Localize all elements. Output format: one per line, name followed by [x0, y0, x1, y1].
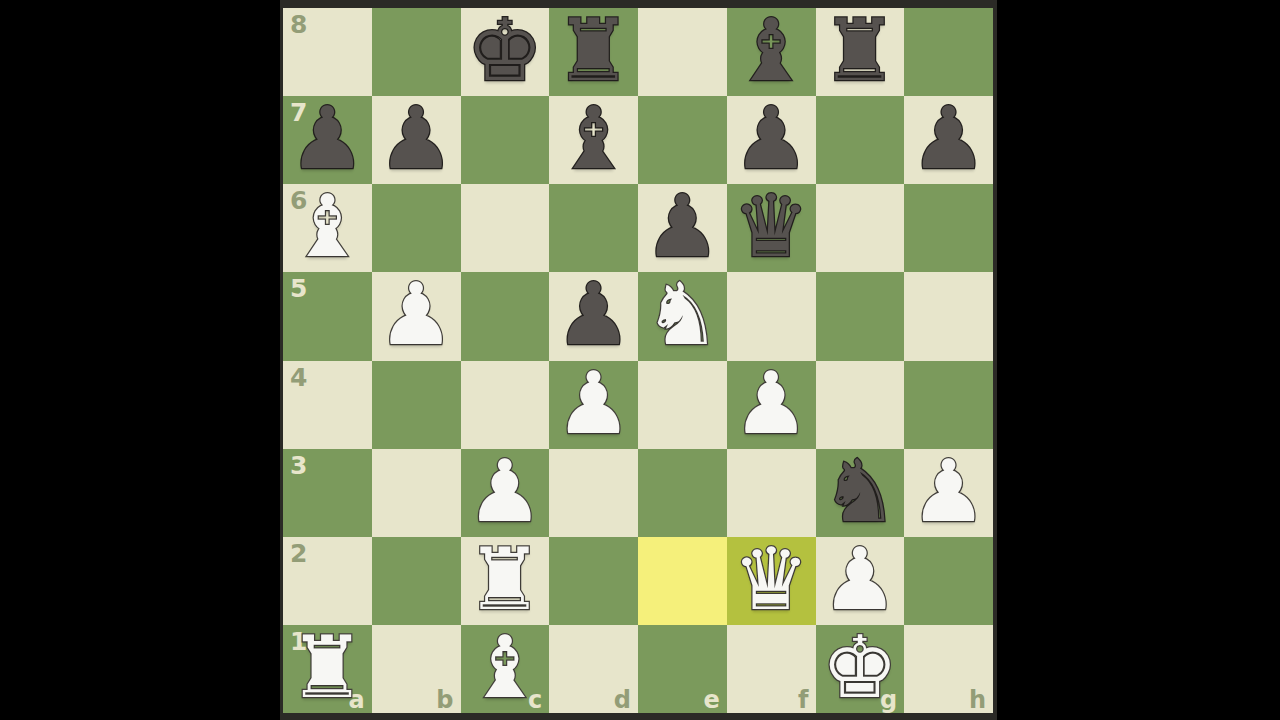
chess-board: 8♚♜♝♜7♟♟♝♟♟6♝♟♛5♟♟♞4♟♟3♟♞♟2♜♛♟1a♜bc♝defg… — [283, 8, 993, 713]
rank-label-8: 8 — [290, 12, 307, 37]
square-a7[interactable]: 7♟ — [283, 96, 372, 184]
white-king[interactable]: ♚ — [821, 624, 898, 710]
white-rook[interactable]: ♜ — [466, 536, 543, 622]
square-d3[interactable] — [549, 449, 638, 537]
square-b7[interactable]: ♟ — [372, 96, 461, 184]
square-e6[interactable]: ♟ — [638, 184, 727, 272]
file-label-b: b — [436, 688, 453, 712]
square-c5[interactable] — [461, 272, 550, 360]
white-bishop[interactable]: ♝ — [466, 624, 543, 710]
square-h7[interactable]: ♟ — [904, 96, 993, 184]
square-f5[interactable] — [727, 272, 816, 360]
square-f2[interactable]: ♛ — [727, 537, 816, 625]
rank-label-2: 2 — [290, 541, 307, 566]
square-b3[interactable] — [372, 449, 461, 537]
black-rook[interactable]: ♜ — [821, 7, 898, 93]
square-g8[interactable]: ♜ — [816, 8, 905, 96]
white-queen[interactable]: ♛ — [733, 536, 810, 622]
square-f7[interactable]: ♟ — [727, 96, 816, 184]
video-letterbox-stage: 8♚♜♝♜7♟♟♝♟♟6♝♟♛5♟♟♞4♟♟3♟♞♟2♜♛♟1a♜bc♝defg… — [0, 0, 1280, 720]
square-c1[interactable]: c♝ — [461, 625, 550, 713]
square-d6[interactable] — [549, 184, 638, 272]
black-bishop[interactable]: ♝ — [733, 7, 810, 93]
board-frame: 8♚♜♝♜7♟♟♝♟♟6♝♟♛5♟♟♞4♟♟3♟♞♟2♜♛♟1a♜bc♝defg… — [280, 0, 997, 720]
square-a2[interactable]: 2 — [283, 537, 372, 625]
square-g4[interactable] — [816, 361, 905, 449]
square-f8[interactable]: ♝ — [727, 8, 816, 96]
square-b2[interactable] — [372, 537, 461, 625]
square-c7[interactable] — [461, 96, 550, 184]
file-label-e: e — [703, 688, 719, 712]
square-e2[interactable] — [638, 537, 727, 625]
black-bishop[interactable]: ♝ — [555, 95, 632, 181]
rank-label-5: 5 — [290, 276, 307, 301]
square-h3[interactable]: ♟ — [904, 449, 993, 537]
square-d8[interactable]: ♜ — [549, 8, 638, 96]
black-pawn[interactable]: ♟ — [378, 95, 455, 181]
black-king[interactable]: ♚ — [466, 7, 543, 93]
square-c2[interactable]: ♜ — [461, 537, 550, 625]
white-bishop[interactable]: ♝ — [289, 183, 366, 269]
square-a3[interactable]: 3 — [283, 449, 372, 537]
square-g3[interactable]: ♞ — [816, 449, 905, 537]
square-g6[interactable] — [816, 184, 905, 272]
square-a4[interactable]: 4 — [283, 361, 372, 449]
square-b8[interactable] — [372, 8, 461, 96]
square-d1[interactable]: d — [549, 625, 638, 713]
square-h1[interactable]: h — [904, 625, 993, 713]
square-h2[interactable] — [904, 537, 993, 625]
square-f4[interactable]: ♟ — [727, 361, 816, 449]
file-label-d: d — [614, 688, 631, 712]
square-d4[interactable]: ♟ — [549, 361, 638, 449]
black-pawn[interactable]: ♟ — [644, 183, 721, 269]
square-g2[interactable]: ♟ — [816, 537, 905, 625]
square-a1[interactable]: 1a♜ — [283, 625, 372, 713]
white-pawn[interactable]: ♟ — [555, 360, 632, 446]
black-knight[interactable]: ♞ — [821, 448, 898, 534]
square-f3[interactable] — [727, 449, 816, 537]
rank-label-3: 3 — [290, 453, 307, 478]
square-h6[interactable] — [904, 184, 993, 272]
black-queen[interactable]: ♛ — [733, 183, 810, 269]
square-e8[interactable] — [638, 8, 727, 96]
white-rook[interactable]: ♜ — [289, 624, 366, 710]
square-a5[interactable]: 5 — [283, 272, 372, 360]
rank-label-4: 4 — [290, 365, 307, 390]
square-h4[interactable] — [904, 361, 993, 449]
square-g1[interactable]: g♚ — [816, 625, 905, 713]
square-b4[interactable] — [372, 361, 461, 449]
square-h8[interactable] — [904, 8, 993, 96]
square-e3[interactable] — [638, 449, 727, 537]
square-b6[interactable] — [372, 184, 461, 272]
square-d7[interactable]: ♝ — [549, 96, 638, 184]
square-h5[interactable] — [904, 272, 993, 360]
white-knight[interactable]: ♞ — [644, 271, 721, 357]
square-c8[interactable]: ♚ — [461, 8, 550, 96]
square-c3[interactable]: ♟ — [461, 449, 550, 537]
black-pawn[interactable]: ♟ — [555, 271, 632, 357]
white-pawn[interactable]: ♟ — [378, 271, 455, 357]
square-e1[interactable]: e — [638, 625, 727, 713]
black-pawn[interactable]: ♟ — [289, 95, 366, 181]
white-pawn[interactable]: ♟ — [733, 360, 810, 446]
square-e7[interactable] — [638, 96, 727, 184]
black-pawn[interactable]: ♟ — [910, 95, 987, 181]
square-b5[interactable]: ♟ — [372, 272, 461, 360]
file-label-f: f — [798, 688, 808, 712]
square-d5[interactable]: ♟ — [549, 272, 638, 360]
square-g5[interactable] — [816, 272, 905, 360]
white-pawn[interactable]: ♟ — [466, 448, 543, 534]
white-pawn[interactable]: ♟ — [821, 536, 898, 622]
square-e4[interactable] — [638, 361, 727, 449]
square-g7[interactable] — [816, 96, 905, 184]
file-label-h: h — [969, 688, 986, 712]
square-d2[interactable] — [549, 537, 638, 625]
square-a8[interactable]: 8 — [283, 8, 372, 96]
square-c6[interactable] — [461, 184, 550, 272]
square-e5[interactable]: ♞ — [638, 272, 727, 360]
black-pawn[interactable]: ♟ — [733, 95, 810, 181]
square-f6[interactable]: ♛ — [727, 184, 816, 272]
square-b1[interactable]: b — [372, 625, 461, 713]
square-c4[interactable] — [461, 361, 550, 449]
white-pawn[interactable]: ♟ — [910, 448, 987, 534]
black-rook[interactable]: ♜ — [555, 7, 632, 93]
square-a6[interactable]: 6♝ — [283, 184, 372, 272]
square-f1[interactable]: f — [727, 625, 816, 713]
